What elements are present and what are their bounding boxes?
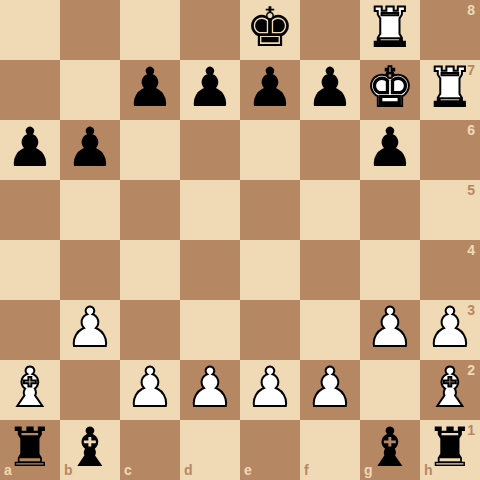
white-pawn[interactable]: ♟: [186, 358, 234, 418]
square-g1[interactable]: g♝: [360, 420, 420, 480]
white-pawn[interactable]: ♟: [66, 298, 114, 358]
square-d3[interactable]: [180, 300, 240, 360]
square-a2[interactable]: ♝: [0, 360, 60, 420]
file-label-d: d: [184, 463, 193, 477]
white-bishop[interactable]: ♝: [6, 358, 54, 418]
white-rook[interactable]: ♜: [366, 0, 414, 58]
square-h6[interactable]: 6: [420, 120, 480, 180]
black-king[interactable]: ♚: [246, 0, 294, 58]
square-b5[interactable]: [60, 180, 120, 240]
square-h8[interactable]: 8: [420, 0, 480, 60]
white-pawn[interactable]: ♟: [306, 358, 354, 418]
square-g3[interactable]: ♟: [360, 300, 420, 360]
square-g6[interactable]: ♟: [360, 120, 420, 180]
square-d2[interactable]: ♟: [180, 360, 240, 420]
square-b2[interactable]: [60, 360, 120, 420]
square-f7[interactable]: ♟: [300, 60, 360, 120]
square-c8[interactable]: [120, 0, 180, 60]
square-c2[interactable]: ♟: [120, 360, 180, 420]
square-h7[interactable]: 7♜: [420, 60, 480, 120]
square-g8[interactable]: ♜: [360, 0, 420, 60]
black-pawn[interactable]: ♟: [366, 118, 414, 178]
square-d4[interactable]: [180, 240, 240, 300]
black-pawn[interactable]: ♟: [6, 118, 54, 178]
square-d5[interactable]: [180, 180, 240, 240]
square-a7[interactable]: [0, 60, 60, 120]
rank-label-6: 6: [467, 123, 475, 137]
square-g4[interactable]: [360, 240, 420, 300]
black-rook[interactable]: ♜: [426, 418, 474, 478]
rank-label-5: 5: [467, 183, 475, 197]
black-bishop[interactable]: ♝: [66, 418, 114, 478]
square-b8[interactable]: [60, 0, 120, 60]
square-e2[interactable]: ♟: [240, 360, 300, 420]
square-h4[interactable]: 4: [420, 240, 480, 300]
square-a3[interactable]: [0, 300, 60, 360]
square-c3[interactable]: [120, 300, 180, 360]
square-c7[interactable]: ♟: [120, 60, 180, 120]
square-d1[interactable]: d: [180, 420, 240, 480]
square-b3[interactable]: ♟: [60, 300, 120, 360]
square-h3[interactable]: 3♟: [420, 300, 480, 360]
chess-board: ♚♜8♟♟♟♟♚7♜♟♟♟654♟♟3♟♝♟♟♟♟2♝a♜b♝cdefg♝1h♜: [0, 0, 480, 480]
black-bishop[interactable]: ♝: [366, 418, 414, 478]
square-e3[interactable]: [240, 300, 300, 360]
square-c1[interactable]: c: [120, 420, 180, 480]
square-f6[interactable]: [300, 120, 360, 180]
square-b7[interactable]: [60, 60, 120, 120]
square-a8[interactable]: [0, 0, 60, 60]
black-rook[interactable]: ♜: [6, 418, 54, 478]
square-f2[interactable]: ♟: [300, 360, 360, 420]
white-king[interactable]: ♚: [366, 58, 414, 118]
square-c4[interactable]: [120, 240, 180, 300]
square-b1[interactable]: b♝: [60, 420, 120, 480]
square-g5[interactable]: [360, 180, 420, 240]
square-e1[interactable]: e: [240, 420, 300, 480]
square-d8[interactable]: [180, 0, 240, 60]
square-a4[interactable]: [0, 240, 60, 300]
square-e5[interactable]: [240, 180, 300, 240]
black-pawn[interactable]: ♟: [246, 58, 294, 118]
black-pawn[interactable]: ♟: [306, 58, 354, 118]
square-f3[interactable]: [300, 300, 360, 360]
square-c6[interactable]: [120, 120, 180, 180]
square-f1[interactable]: f: [300, 420, 360, 480]
square-f5[interactable]: [300, 180, 360, 240]
square-a6[interactable]: ♟: [0, 120, 60, 180]
rank-label-4: 4: [467, 243, 475, 257]
square-g2[interactable]: [360, 360, 420, 420]
square-a5[interactable]: [0, 180, 60, 240]
white-rook[interactable]: ♜: [426, 58, 474, 118]
square-h2[interactable]: 2♝: [420, 360, 480, 420]
square-h1[interactable]: 1h♜: [420, 420, 480, 480]
square-h5[interactable]: 5: [420, 180, 480, 240]
file-label-e: e: [244, 463, 252, 477]
file-label-c: c: [124, 463, 132, 477]
square-f8[interactable]: [300, 0, 360, 60]
black-pawn[interactable]: ♟: [186, 58, 234, 118]
white-pawn[interactable]: ♟: [366, 298, 414, 358]
white-pawn[interactable]: ♟: [426, 298, 474, 358]
rank-label-8: 8: [467, 3, 475, 17]
white-pawn[interactable]: ♟: [246, 358, 294, 418]
square-a1[interactable]: a♜: [0, 420, 60, 480]
square-f4[interactable]: [300, 240, 360, 300]
square-c5[interactable]: [120, 180, 180, 240]
square-g7[interactable]: ♚: [360, 60, 420, 120]
square-b4[interactable]: [60, 240, 120, 300]
square-d6[interactable]: [180, 120, 240, 180]
square-b6[interactable]: ♟: [60, 120, 120, 180]
white-pawn[interactable]: ♟: [126, 358, 174, 418]
black-pawn[interactable]: ♟: [66, 118, 114, 178]
white-bishop[interactable]: ♝: [426, 358, 474, 418]
square-e7[interactable]: ♟: [240, 60, 300, 120]
square-e4[interactable]: [240, 240, 300, 300]
black-pawn[interactable]: ♟: [126, 58, 174, 118]
square-e8[interactable]: ♚: [240, 0, 300, 60]
file-label-f: f: [304, 463, 309, 477]
square-e6[interactable]: [240, 120, 300, 180]
square-d7[interactable]: ♟: [180, 60, 240, 120]
